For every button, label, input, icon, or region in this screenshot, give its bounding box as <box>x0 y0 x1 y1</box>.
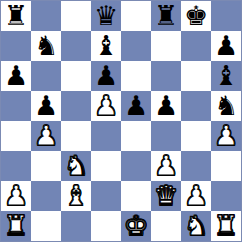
black-knight-piece: ♞ <box>34 31 58 61</box>
black-pawn-piece: ♟ <box>214 31 238 61</box>
square-c3[interactable]: ♞ <box>61 151 91 181</box>
square-f2[interactable]: ♛ <box>151 181 181 211</box>
square-f7[interactable] <box>151 31 181 61</box>
square-b5[interactable]: ♟ <box>31 91 61 121</box>
chess-board: ♜♛♜♚♞♝♟♟♟♝♟♟♟♟♞♟♟♞♟♟♝♛♟♜♚♞♜ <box>0 0 242 242</box>
black-pawn-piece: ♟ <box>154 91 178 121</box>
square-a7[interactable] <box>1 31 31 61</box>
white-bishop-piece: ♝ <box>64 181 88 211</box>
square-b8[interactable] <box>31 1 61 31</box>
black-bishop-piece: ♝ <box>94 31 118 61</box>
square-f1[interactable] <box>151 211 181 241</box>
square-f6[interactable] <box>151 61 181 91</box>
square-a5[interactable] <box>1 91 31 121</box>
white-queen-piece: ♛ <box>154 181 178 211</box>
square-c8[interactable] <box>61 1 91 31</box>
black-pawn-piece: ♟ <box>4 61 28 91</box>
square-e5[interactable]: ♟ <box>121 91 151 121</box>
square-c2[interactable]: ♝ <box>61 181 91 211</box>
square-e4[interactable] <box>121 121 151 151</box>
square-h4[interactable]: ♟ <box>211 121 241 151</box>
square-d7[interactable]: ♝ <box>91 31 121 61</box>
white-pawn-piece: ♟ <box>94 91 118 121</box>
square-b7[interactable]: ♞ <box>31 31 61 61</box>
square-g3[interactable] <box>181 151 211 181</box>
white-rook-piece: ♜ <box>4 211 28 241</box>
square-f8[interactable]: ♜ <box>151 1 181 31</box>
square-d5[interactable]: ♟ <box>91 91 121 121</box>
square-h5[interactable]: ♞ <box>211 91 241 121</box>
square-e7[interactable] <box>121 31 151 61</box>
square-f4[interactable] <box>151 121 181 151</box>
square-b4[interactable]: ♟ <box>31 121 61 151</box>
square-h2[interactable] <box>211 181 241 211</box>
square-c4[interactable] <box>61 121 91 151</box>
square-g4[interactable] <box>181 121 211 151</box>
square-h3[interactable] <box>211 151 241 181</box>
square-a3[interactable] <box>1 151 31 181</box>
square-e1[interactable]: ♚ <box>121 211 151 241</box>
square-d6[interactable]: ♟ <box>91 61 121 91</box>
square-a2[interactable]: ♟ <box>1 181 31 211</box>
white-pawn-piece: ♟ <box>4 181 28 211</box>
square-g7[interactable] <box>181 31 211 61</box>
square-d2[interactable] <box>91 181 121 211</box>
square-f3[interactable]: ♟ <box>151 151 181 181</box>
square-d1[interactable] <box>91 211 121 241</box>
square-d8[interactable]: ♛ <box>91 1 121 31</box>
square-b1[interactable] <box>31 211 61 241</box>
white-rook-piece: ♜ <box>214 211 238 241</box>
square-b6[interactable] <box>31 61 61 91</box>
square-g2[interactable]: ♟ <box>181 181 211 211</box>
black-pawn-piece: ♟ <box>94 61 118 91</box>
square-e2[interactable] <box>121 181 151 211</box>
square-g1[interactable]: ♞ <box>181 211 211 241</box>
square-e3[interactable] <box>121 151 151 181</box>
square-h6[interactable]: ♝ <box>211 61 241 91</box>
square-c1[interactable] <box>61 211 91 241</box>
square-e8[interactable] <box>121 1 151 31</box>
square-b2[interactable] <box>31 181 61 211</box>
square-g6[interactable] <box>181 61 211 91</box>
white-pawn-piece: ♟ <box>214 121 238 151</box>
square-a6[interactable]: ♟ <box>1 61 31 91</box>
black-bishop-piece: ♝ <box>214 61 238 91</box>
square-h8[interactable] <box>211 1 241 31</box>
square-d3[interactable] <box>91 151 121 181</box>
square-h7[interactable]: ♟ <box>211 31 241 61</box>
square-g8[interactable]: ♚ <box>181 1 211 31</box>
square-e6[interactable] <box>121 61 151 91</box>
white-knight-piece: ♞ <box>64 151 88 181</box>
black-rook-piece: ♜ <box>154 1 178 31</box>
square-a4[interactable] <box>1 121 31 151</box>
square-f5[interactable]: ♟ <box>151 91 181 121</box>
square-h1[interactable]: ♜ <box>211 211 241 241</box>
black-pawn-piece: ♟ <box>124 91 148 121</box>
square-d4[interactable] <box>91 121 121 151</box>
square-a8[interactable]: ♜ <box>1 1 31 31</box>
square-c6[interactable] <box>61 61 91 91</box>
black-knight-piece: ♞ <box>214 91 238 121</box>
white-pawn-piece: ♟ <box>154 151 178 181</box>
white-pawn-piece: ♟ <box>34 121 58 151</box>
square-c5[interactable] <box>61 91 91 121</box>
white-king-piece: ♚ <box>124 211 148 241</box>
square-c7[interactable] <box>61 31 91 61</box>
black-queen-piece: ♛ <box>94 1 118 31</box>
square-a1[interactable]: ♜ <box>1 211 31 241</box>
black-pawn-piece: ♟ <box>34 91 58 121</box>
square-g5[interactable] <box>181 91 211 121</box>
black-king-piece: ♚ <box>184 1 208 31</box>
white-knight-piece: ♞ <box>184 211 208 241</box>
black-rook-piece: ♜ <box>4 1 28 31</box>
square-b3[interactable] <box>31 151 61 181</box>
white-pawn-piece: ♟ <box>184 181 208 211</box>
